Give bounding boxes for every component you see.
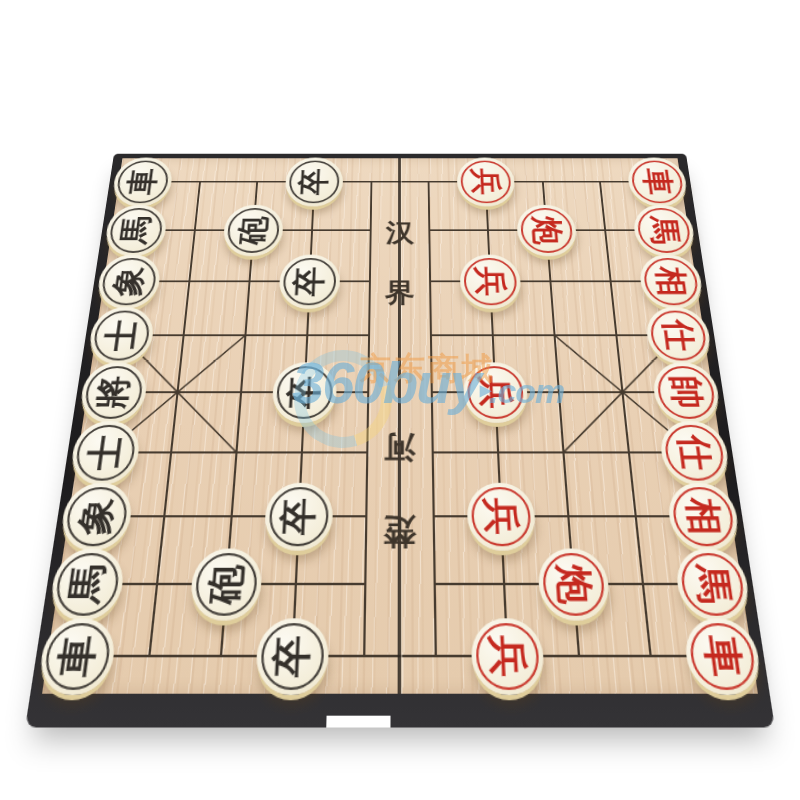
piece-black-chariot[interactable]: 車 xyxy=(36,618,118,695)
piece-black-soldier[interactable]: 卒 xyxy=(278,255,341,309)
piece-red-general[interactable]: 帥 xyxy=(651,362,723,423)
piece-black-general[interactable]: 將 xyxy=(78,362,150,423)
red-cannon-glyph: 炮 xyxy=(516,205,579,256)
red-advisor-glyph: 仕 xyxy=(658,421,732,485)
black-soldier-glyph: 卒 xyxy=(271,362,337,423)
piece-black-cannon[interactable]: 砲 xyxy=(222,205,285,256)
red-elephant-glyph: 相 xyxy=(665,483,742,551)
piece-black-soldier[interactable]: 卒 xyxy=(271,362,337,423)
red-soldier-glyph: 兵 xyxy=(459,255,522,309)
piece-red-soldier[interactable]: 兵 xyxy=(466,483,536,551)
river-label-chu: 楚 xyxy=(383,508,416,554)
red-chariot-glyph: 車 xyxy=(626,158,690,207)
piece-red-elephant[interactable]: 相 xyxy=(637,255,705,309)
piece-red-elephant[interactable]: 相 xyxy=(665,483,742,551)
piece-black-horse[interactable]: 馬 xyxy=(47,548,126,620)
river-label-he: 河 xyxy=(384,425,416,467)
black-advisor-glyph: 士 xyxy=(68,421,142,485)
black-advisor-glyph: 士 xyxy=(86,307,156,364)
frame-fold-notch xyxy=(326,716,390,728)
xiangqi-board: 汉 界 河 楚 車卒兵車馬砲炮馬象卒兵相士仕將卒兵帥士仕象卒兵相馬砲炮馬車卒兵車 xyxy=(25,154,775,728)
piece-black-advisor[interactable]: 士 xyxy=(86,307,156,364)
red-soldier-glyph: 兵 xyxy=(466,483,536,551)
piece-red-cannon[interactable]: 炮 xyxy=(516,205,579,256)
black-general-glyph: 將 xyxy=(78,362,150,423)
river-label-han: 汉 xyxy=(386,216,415,250)
piece-red-advisor[interactable]: 仕 xyxy=(644,307,714,364)
piece-red-horse[interactable]: 馬 xyxy=(673,548,752,620)
piece-black-soldier[interactable]: 卒 xyxy=(263,483,333,551)
piece-black-elephant[interactable]: 象 xyxy=(95,255,163,309)
red-general-glyph: 帥 xyxy=(651,362,723,423)
piece-red-cannon[interactable]: 炮 xyxy=(537,548,612,620)
black-soldier-glyph: 卒 xyxy=(278,255,341,309)
red-soldier-glyph: 兵 xyxy=(456,158,515,207)
piece-black-chariot[interactable]: 車 xyxy=(111,158,175,207)
black-chariot-glyph: 車 xyxy=(36,618,118,695)
piece-black-horse[interactable]: 馬 xyxy=(103,205,169,256)
black-horse-glyph: 馬 xyxy=(103,205,169,256)
red-soldier-glyph: 兵 xyxy=(470,618,545,695)
red-elephant-glyph: 相 xyxy=(637,255,705,309)
red-advisor-glyph: 仕 xyxy=(644,307,714,364)
black-soldier-glyph: 卒 xyxy=(284,158,343,207)
piece-black-advisor[interactable]: 士 xyxy=(68,421,142,485)
piece-red-advisor[interactable]: 仕 xyxy=(658,421,732,485)
piece-black-soldier[interactable]: 卒 xyxy=(284,158,343,207)
red-cannon-glyph: 炮 xyxy=(537,548,612,620)
piece-black-cannon[interactable]: 砲 xyxy=(188,548,263,620)
black-horse-glyph: 馬 xyxy=(47,548,126,620)
piece-red-soldier[interactable]: 兵 xyxy=(459,255,522,309)
piece-black-soldier[interactable]: 卒 xyxy=(254,618,329,695)
piece-red-soldier[interactable]: 兵 xyxy=(456,158,515,207)
black-elephant-glyph: 象 xyxy=(58,483,135,551)
piece-red-soldier[interactable]: 兵 xyxy=(463,362,529,423)
black-elephant-glyph: 象 xyxy=(95,255,163,309)
black-soldier-glyph: 卒 xyxy=(254,618,329,695)
red-horse-glyph: 馬 xyxy=(631,205,697,256)
board-scene: 汉 界 河 楚 車卒兵車馬砲炮馬象卒兵相士仕將卒兵帥士仕象卒兵相馬砲炮馬車卒兵車 xyxy=(85,116,715,688)
product-photo: 汉 界 河 楚 車卒兵車馬砲炮馬象卒兵相士仕將卒兵帥士仕象卒兵相馬砲炮馬車卒兵車… xyxy=(0,0,800,800)
red-chariot-glyph: 車 xyxy=(682,618,764,695)
red-soldier-glyph: 兵 xyxy=(463,362,529,423)
board-frame: 汉 界 河 楚 車卒兵車馬砲炮馬象卒兵相士仕將卒兵帥士仕象卒兵相馬砲炮馬車卒兵車 xyxy=(25,154,775,728)
black-chariot-glyph: 車 xyxy=(111,158,175,207)
black-cannon-glyph: 砲 xyxy=(222,205,285,256)
piece-black-elephant[interactable]: 象 xyxy=(58,483,135,551)
piece-red-chariot[interactable]: 車 xyxy=(682,618,764,695)
black-soldier-glyph: 卒 xyxy=(263,483,333,551)
red-horse-glyph: 馬 xyxy=(673,548,752,620)
black-cannon-glyph: 砲 xyxy=(188,548,263,620)
piece-red-chariot[interactable]: 車 xyxy=(626,158,690,207)
piece-red-soldier[interactable]: 兵 xyxy=(470,618,545,695)
piece-red-horse[interactable]: 馬 xyxy=(631,205,697,256)
board-surface: 汉 界 河 楚 車卒兵車馬砲炮馬象卒兵相士仕將卒兵帥士仕象卒兵相馬砲炮馬車卒兵車 xyxy=(42,158,758,693)
river-label-jie: 界 xyxy=(385,275,415,311)
